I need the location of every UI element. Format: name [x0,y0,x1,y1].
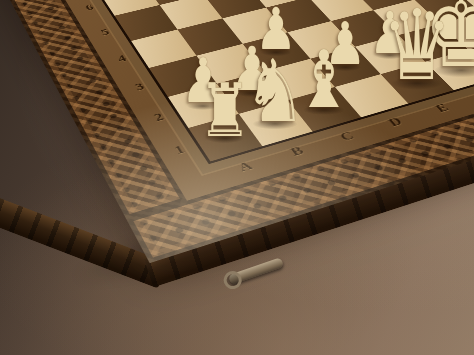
rank-label-2: 2 [152,111,167,124]
chess-board-photo: ABCDEFGH12345678 ♟♟♟♚♛♟♟♝♞♜ [0,0,474,355]
chess-board: ABCDEFGH12345678 [0,0,474,263]
file-label-c: C [337,129,358,144]
rank-label-6: 6 [84,3,96,13]
rank-label-4: 4 [115,53,128,65]
file-label-b: B [288,144,308,159]
metal-clasp [228,257,284,285]
rank-label-1: 1 [172,143,188,157]
rank-label-5: 5 [99,27,112,38]
file-label-e: E [432,101,452,115]
rank-label-3: 3 [133,81,147,93]
file-label-a: A [236,159,256,175]
file-label-d: D [385,115,406,129]
